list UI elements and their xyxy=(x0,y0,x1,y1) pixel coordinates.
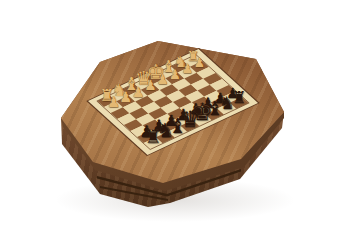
piece-shadow xyxy=(234,101,244,104)
piece-shadow xyxy=(171,129,184,133)
piece-shadow xyxy=(159,135,171,139)
piece-shadow xyxy=(102,99,112,102)
piece-shadow xyxy=(179,118,188,121)
piece-shadow xyxy=(142,135,152,138)
piece-shadow xyxy=(228,95,237,98)
piece-shadow xyxy=(176,65,185,68)
piece-shadow xyxy=(121,100,130,103)
piece-shadow xyxy=(134,94,143,97)
piece-shadow xyxy=(154,130,164,133)
piece-shadow xyxy=(203,107,212,110)
piece-shadow xyxy=(166,124,176,127)
piece-shadow xyxy=(109,105,118,108)
piece-shadow xyxy=(150,76,163,80)
piece-shadow xyxy=(163,70,173,73)
piece-shadow xyxy=(191,112,200,115)
piece-shadow xyxy=(183,123,197,127)
chess-set-photo: ♜♞♝♛♚♝♞♜♟♟♟♟♟♟♟♟♟♟♟♟♟♟♟♟♜♞♝♛♚♝♞♜ xyxy=(0,0,350,234)
piece-shadow xyxy=(216,101,225,104)
